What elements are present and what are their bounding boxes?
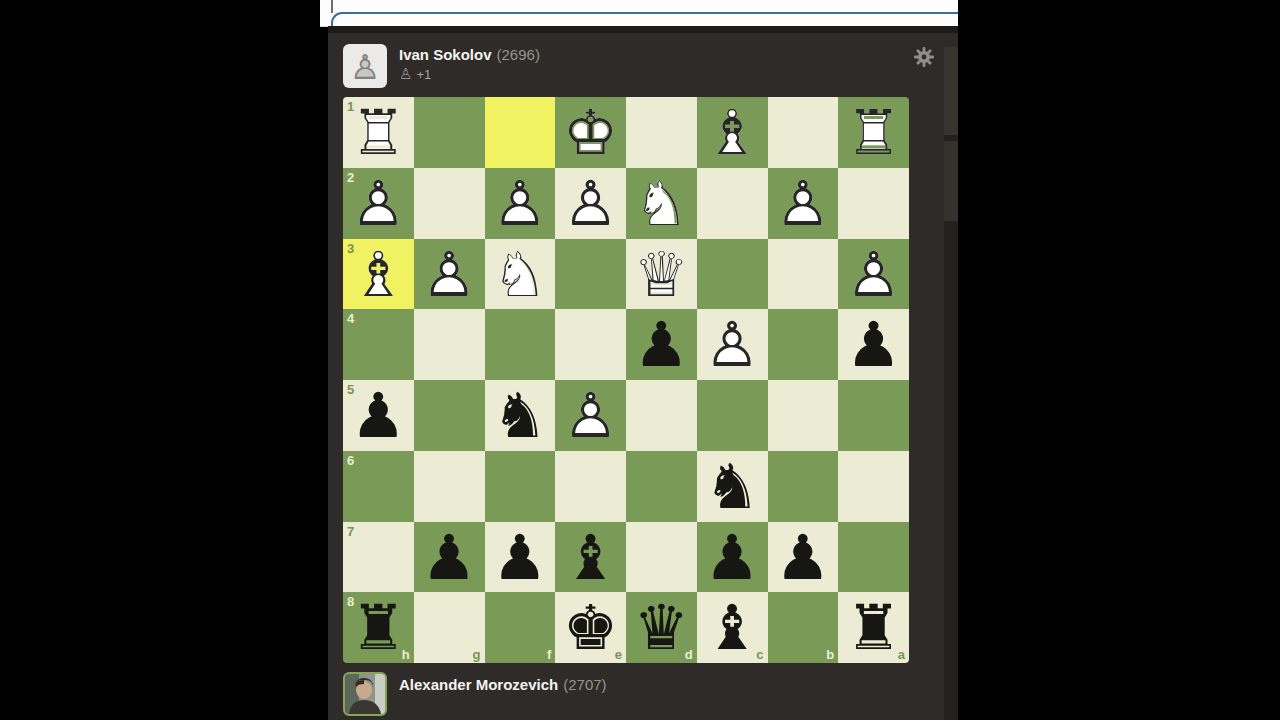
square-d1[interactable]: [626, 97, 697, 168]
square-e7[interactable]: ♝: [555, 522, 626, 593]
piece-white-rook: ♜♖: [343, 97, 414, 168]
square-h5[interactable]: 5♟: [343, 380, 414, 451]
square-g3[interactable]: ♟♙: [414, 239, 485, 310]
app-background: ♟ ♙ Ivan Sokolov(2696) ♙+1: [328, 26, 958, 720]
piece-white-rook: ♜♖: [838, 97, 909, 168]
square-d5[interactable]: [626, 380, 697, 451]
square-h6[interactable]: 6: [343, 451, 414, 522]
square-e1[interactable]: ♚♔: [555, 97, 626, 168]
square-d4[interactable]: ♟: [626, 309, 697, 380]
square-e2[interactable]: ♟♙: [555, 168, 626, 239]
file-label-b: b: [826, 647, 834, 662]
square-f5[interactable]: ♞: [485, 380, 556, 451]
piece-black-bishop: ♝: [697, 592, 768, 663]
piece-black-pawn: ♟: [414, 522, 485, 593]
square-c1[interactable]: ♝♗: [697, 97, 768, 168]
chess-board: 1♜♖♚♔♝♗♜♖2♟♙♟♙♟♙♞♘♟♙3♝♗♟♙♞♘♛♕♟♙4♟♟♙♟5♟♞♟…: [343, 97, 909, 663]
square-d3[interactable]: ♛♕: [626, 239, 697, 310]
piece-black-king: ♚: [555, 592, 626, 663]
square-g6[interactable]: [414, 451, 485, 522]
file-label-f: f: [547, 647, 551, 662]
avatar[interactable]: ♟ ♙: [343, 44, 387, 88]
square-c2[interactable]: [697, 168, 768, 239]
piece-black-pawn: ♟: [697, 522, 768, 593]
square-b6[interactable]: [768, 451, 839, 522]
square-a4[interactable]: ♟: [838, 309, 909, 380]
square-g4[interactable]: [414, 309, 485, 380]
square-g2[interactable]: [414, 168, 485, 239]
piece-white-pawn: ♟♙: [555, 380, 626, 451]
square-e6[interactable]: [555, 451, 626, 522]
piece-white-pawn: ♟♙: [768, 168, 839, 239]
piece-white-queen: ♛♕: [626, 239, 697, 310]
square-a3[interactable]: ♟♙: [838, 239, 909, 310]
square-a2[interactable]: [838, 168, 909, 239]
square-c7[interactable]: ♟: [697, 522, 768, 593]
square-h1[interactable]: 1♜♖: [343, 97, 414, 168]
piece-white-bishop: ♝♗: [343, 239, 414, 310]
square-c6[interactable]: ♞: [697, 451, 768, 522]
piece-white-pawn: ♟♙: [485, 168, 556, 239]
gear-icon[interactable]: [912, 45, 936, 69]
square-h8[interactable]: 8h♜: [343, 592, 414, 663]
rank-label-7: 7: [347, 524, 354, 539]
square-e5[interactable]: ♟♙: [555, 380, 626, 451]
square-b7[interactable]: ♟: [768, 522, 839, 593]
card-accent-border: [331, 12, 958, 27]
piece-black-bishop: ♝: [555, 522, 626, 593]
square-f4[interactable]: [485, 309, 556, 380]
square-e3[interactable]: [555, 239, 626, 310]
card-edge-line: [331, 0, 333, 13]
square-f6[interactable]: [485, 451, 556, 522]
piece-white-pawn: ♟♙: [414, 239, 485, 310]
square-d7[interactable]: [626, 522, 697, 593]
square-f3[interactable]: ♞♘: [485, 239, 556, 310]
piece-black-pawn: ♟: [343, 380, 414, 451]
bottom-player-rating: (2707): [563, 676, 606, 693]
movelist-sliver: [944, 47, 958, 720]
piece-white-pawn: ♟♙: [697, 309, 768, 380]
square-e8[interactable]: e♚: [555, 592, 626, 663]
material-advantage: ♙+1: [399, 66, 431, 82]
square-h7[interactable]: 7: [343, 522, 414, 593]
avatar[interactable]: [343, 672, 387, 716]
piece-black-pawn: ♟: [485, 522, 556, 593]
square-a5[interactable]: [838, 380, 909, 451]
rank-label-6: 6: [347, 453, 354, 468]
white-pawn-avatar-icon: ♟ ♙: [343, 44, 387, 88]
piece-black-queen: ♛: [626, 592, 697, 663]
square-a6[interactable]: [838, 451, 909, 522]
square-a1[interactable]: ♜♖: [838, 97, 909, 168]
square-g8[interactable]: g: [414, 592, 485, 663]
square-b5[interactable]: [768, 380, 839, 451]
square-b8[interactable]: b: [768, 592, 839, 663]
square-f8[interactable]: f: [485, 592, 556, 663]
pawn-icon: ♙: [399, 65, 412, 83]
square-f2[interactable]: ♟♙: [485, 168, 556, 239]
square-b1[interactable]: [768, 97, 839, 168]
square-c5[interactable]: [697, 380, 768, 451]
square-e4[interactable]: [555, 309, 626, 380]
piece-black-rook: ♜: [838, 592, 909, 663]
browser-chrome-strip: [320, 0, 958, 27]
square-c8[interactable]: c♝: [697, 592, 768, 663]
piece-black-pawn: ♟: [838, 309, 909, 380]
square-d8[interactable]: d♛: [626, 592, 697, 663]
piece-black-pawn: ♟: [768, 522, 839, 593]
square-f1[interactable]: [485, 97, 556, 168]
square-d6[interactable]: [626, 451, 697, 522]
square-b4[interactable]: [768, 309, 839, 380]
piece-white-knight: ♞♘: [485, 239, 556, 310]
piece-white-pawn: ♟♙: [343, 168, 414, 239]
square-h2[interactable]: 2♟♙: [343, 168, 414, 239]
square-d2[interactable]: ♞♘: [626, 168, 697, 239]
piece-black-knight: ♞: [485, 380, 556, 451]
square-a8[interactable]: a♜: [838, 592, 909, 663]
piece-white-king: ♚♔: [555, 97, 626, 168]
piece-white-knight: ♞♘: [626, 168, 697, 239]
square-b3[interactable]: [768, 239, 839, 310]
square-c3[interactable]: [697, 239, 768, 310]
file-label-g: g: [473, 647, 481, 662]
square-h4[interactable]: 4: [343, 309, 414, 380]
square-g5[interactable]: [414, 380, 485, 451]
square-c4[interactable]: ♟♙: [697, 309, 768, 380]
square-f7[interactable]: ♟: [485, 522, 556, 593]
piece-black-rook: ♜: [343, 592, 414, 663]
player-photo: [345, 674, 385, 714]
bottom-player-name[interactable]: Alexander Morozevich(2707): [399, 676, 607, 693]
video-frame: ♟ ♙ Ivan Sokolov(2696) ♙+1: [0, 0, 1280, 720]
rank-label-4: 4: [347, 311, 354, 326]
piece-black-knight: ♞: [697, 451, 768, 522]
piece-white-bishop: ♝♗: [697, 97, 768, 168]
top-player-name[interactable]: Ivan Sokolov(2696): [399, 46, 540, 63]
square-h3[interactable]: 3♝♗: [343, 239, 414, 310]
top-shadow: [328, 26, 958, 33]
square-g7[interactable]: ♟: [414, 522, 485, 593]
piece-white-pawn: ♟♙: [838, 239, 909, 310]
square-g1[interactable]: [414, 97, 485, 168]
piece-black-pawn: ♟: [626, 309, 697, 380]
top-player-rating: (2696): [497, 46, 540, 63]
piece-white-pawn: ♟♙: [555, 168, 626, 239]
square-a7[interactable]: [838, 522, 909, 593]
square-b2[interactable]: ♟♙: [768, 168, 839, 239]
